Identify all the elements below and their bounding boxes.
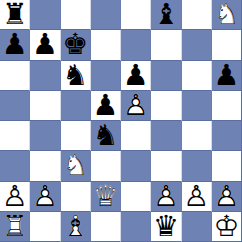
white-pawn[interactable]: ♟♙ <box>121 91 150 120</box>
square-e6[interactable]: ♟ <box>121 61 151 91</box>
black-king[interactable]: ♚ <box>61 30 90 59</box>
black-bishop[interactable]: ♝ <box>151 0 180 29</box>
square-f5[interactable] <box>151 91 181 121</box>
piece-outline-glyph: ♖ <box>0 212 29 241</box>
square-b2[interactable]: ♟♙ <box>30 182 60 212</box>
square-e2[interactable] <box>121 182 151 212</box>
black-pawn[interactable]: ♟ <box>121 61 150 90</box>
chess-board: ♜♝♞♘♟♟♚♞♟♟♟♟♙♞♞♘♟♙♟♙♛♕♟♙♟♙♟♙♜♖♝♗♛♚♔ <box>0 0 242 242</box>
square-e1[interactable] <box>121 212 151 242</box>
square-d1[interactable] <box>91 212 121 242</box>
white-king[interactable]: ♚♔ <box>212 212 241 241</box>
piece-fill-glyph: ♟ <box>212 61 241 90</box>
square-d8[interactable] <box>91 0 121 30</box>
square-h7[interactable] <box>212 30 242 60</box>
piece-fill-glyph: ♟ <box>91 91 120 120</box>
square-a2[interactable]: ♟♙ <box>0 182 30 212</box>
square-h4[interactable] <box>212 121 242 151</box>
black-pawn[interactable]: ♟ <box>212 61 241 90</box>
square-b5[interactable] <box>30 91 60 121</box>
square-c6[interactable]: ♞ <box>61 61 91 91</box>
square-d2[interactable]: ♛♕ <box>91 182 121 212</box>
square-d4[interactable]: ♞ <box>91 121 121 151</box>
square-f8[interactable]: ♝ <box>151 0 181 30</box>
piece-outline-glyph: ♙ <box>30 182 59 211</box>
square-a1[interactable]: ♜♖ <box>0 212 30 242</box>
square-c2[interactable] <box>61 182 91 212</box>
piece-fill-glyph: ♛ <box>151 212 180 241</box>
piece-outline-glyph: ♘ <box>212 0 241 29</box>
square-b8[interactable] <box>30 0 60 30</box>
square-h6[interactable]: ♟ <box>212 61 242 91</box>
square-g8[interactable] <box>182 0 212 30</box>
square-f7[interactable] <box>151 30 181 60</box>
square-e3[interactable] <box>121 151 151 181</box>
square-d5[interactable]: ♟ <box>91 91 121 121</box>
square-a3[interactable] <box>0 151 30 181</box>
white-bishop[interactable]: ♝♗ <box>61 212 90 241</box>
square-d6[interactable] <box>91 61 121 91</box>
square-b6[interactable] <box>30 61 60 91</box>
square-g4[interactable] <box>182 121 212 151</box>
piece-fill-glyph: ♟ <box>121 61 150 90</box>
piece-outline-glyph: ♙ <box>182 182 211 211</box>
square-e4[interactable] <box>121 121 151 151</box>
square-b3[interactable] <box>30 151 60 181</box>
square-g1[interactable] <box>182 212 212 242</box>
square-h5[interactable] <box>212 91 242 121</box>
piece-outline-glyph: ♕ <box>91 182 120 211</box>
square-c8[interactable] <box>61 0 91 30</box>
white-knight[interactable]: ♞♘ <box>61 151 90 180</box>
white-queen[interactable]: ♛♕ <box>91 182 120 211</box>
white-pawn[interactable]: ♟♙ <box>30 182 59 211</box>
piece-outline-glyph: ♙ <box>151 182 180 211</box>
piece-fill-glyph: ♞ <box>91 121 120 150</box>
piece-outline-glyph: ♗ <box>61 212 90 241</box>
square-f2[interactable]: ♟♙ <box>151 182 181 212</box>
piece-outline-glyph: ♙ <box>121 91 150 120</box>
piece-outline-glyph: ♘ <box>61 151 90 180</box>
square-g7[interactable] <box>182 30 212 60</box>
black-pawn[interactable]: ♟ <box>91 91 120 120</box>
square-g3[interactable] <box>182 151 212 181</box>
square-c7[interactable]: ♚ <box>61 30 91 60</box>
black-pawn[interactable]: ♟ <box>0 30 29 59</box>
piece-fill-glyph: ♟ <box>30 30 59 59</box>
square-a8[interactable]: ♜ <box>0 0 30 30</box>
square-a7[interactable]: ♟ <box>0 30 30 60</box>
white-rook[interactable]: ♜♖ <box>0 212 29 241</box>
square-g5[interactable] <box>182 91 212 121</box>
square-f1[interactable]: ♛ <box>151 212 181 242</box>
black-knight[interactable]: ♞ <box>91 121 120 150</box>
square-e5[interactable]: ♟♙ <box>121 91 151 121</box>
square-h1[interactable]: ♚♔ <box>212 212 242 242</box>
square-e7[interactable] <box>121 30 151 60</box>
square-d3[interactable] <box>91 151 121 181</box>
black-queen[interactable]: ♛ <box>151 212 180 241</box>
piece-fill-glyph: ♜ <box>0 0 29 29</box>
square-b7[interactable]: ♟ <box>30 30 60 60</box>
square-h2[interactable]: ♟♙ <box>212 182 242 212</box>
square-g6[interactable] <box>182 61 212 91</box>
square-f4[interactable] <box>151 121 181 151</box>
square-c5[interactable] <box>61 91 91 121</box>
square-a5[interactable] <box>0 91 30 121</box>
piece-fill-glyph: ♚ <box>61 30 90 59</box>
square-d7[interactable] <box>91 30 121 60</box>
piece-fill-glyph: ♟ <box>0 30 29 59</box>
piece-fill-glyph: ♞ <box>61 61 90 90</box>
white-pawn[interactable]: ♟♙ <box>151 182 180 211</box>
piece-fill-glyph: ♝ <box>151 0 180 29</box>
white-pawn[interactable]: ♟♙ <box>182 182 211 211</box>
square-c3[interactable]: ♞♘ <box>61 151 91 181</box>
square-e8[interactable] <box>121 0 151 30</box>
square-h3[interactable] <box>212 151 242 181</box>
square-a6[interactable] <box>0 61 30 91</box>
square-f3[interactable] <box>151 151 181 181</box>
piece-outline-glyph: ♙ <box>0 182 29 211</box>
square-b4[interactable] <box>30 121 60 151</box>
white-pawn[interactable]: ♟♙ <box>0 182 29 211</box>
square-b1[interactable] <box>30 212 60 242</box>
piece-outline-glyph: ♙ <box>212 182 241 211</box>
black-pawn[interactable]: ♟ <box>30 30 59 59</box>
square-c4[interactable] <box>61 121 91 151</box>
white-knight[interactable]: ♞♘ <box>212 0 241 29</box>
black-rook[interactable]: ♜ <box>0 0 29 29</box>
square-a4[interactable] <box>0 121 30 151</box>
square-f6[interactable] <box>151 61 181 91</box>
square-g2[interactable]: ♟♙ <box>182 182 212 212</box>
square-c1[interactable]: ♝♗ <box>61 212 91 242</box>
piece-outline-glyph: ♔ <box>212 212 241 241</box>
black-knight[interactable]: ♞ <box>61 61 90 90</box>
square-h8[interactable]: ♞♘ <box>212 0 242 30</box>
white-pawn[interactable]: ♟♙ <box>212 182 241 211</box>
